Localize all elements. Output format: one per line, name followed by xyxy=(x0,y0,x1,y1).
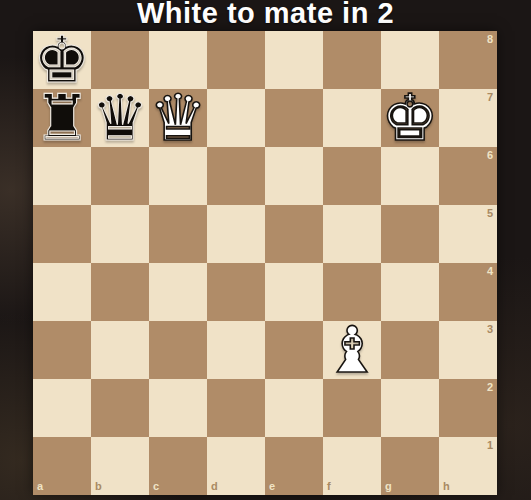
rank-label-6: 6 xyxy=(487,150,493,161)
square-b4[interactable] xyxy=(91,263,149,321)
rank-label-8: 8 xyxy=(487,34,493,45)
piece-black-rook-a7[interactable]: ♜ xyxy=(33,89,90,147)
square-b2[interactable] xyxy=(91,379,149,437)
square-b3[interactable] xyxy=(91,321,149,379)
square-d3[interactable] xyxy=(207,321,265,379)
square-a3[interactable] xyxy=(33,321,91,379)
square-d6[interactable] xyxy=(207,147,265,205)
square-a4[interactable] xyxy=(33,263,91,321)
rank-label-3: 3 xyxy=(487,324,493,335)
square-g5[interactable] xyxy=(381,205,439,263)
piece-white-king-g7[interactable]: ♚ xyxy=(381,89,438,147)
square-e7[interactable] xyxy=(265,89,323,147)
square-f3[interactable]: ♝ xyxy=(323,321,381,379)
file-label-c: c xyxy=(153,481,159,492)
square-e8[interactable] xyxy=(265,31,323,89)
piece-white-bishop-f3[interactable]: ♝ xyxy=(323,321,380,379)
square-h3[interactable]: 3 xyxy=(439,321,497,379)
square-d7[interactable] xyxy=(207,89,265,147)
square-b5[interactable] xyxy=(91,205,149,263)
file-label-e: e xyxy=(269,481,275,492)
rank-label-7: 7 xyxy=(487,92,493,103)
square-h2[interactable]: 2 xyxy=(439,379,497,437)
file-label-d: d xyxy=(211,481,218,492)
square-c5[interactable] xyxy=(149,205,207,263)
square-g4[interactable] xyxy=(381,263,439,321)
rank-label-1: 1 xyxy=(487,440,493,451)
square-e2[interactable] xyxy=(265,379,323,437)
square-c4[interactable] xyxy=(149,263,207,321)
square-g6[interactable] xyxy=(381,147,439,205)
rank-label-2: 2 xyxy=(487,382,493,393)
square-g7[interactable]: ♚ xyxy=(381,89,439,147)
rank-label-5: 5 xyxy=(487,208,493,219)
square-d5[interactable] xyxy=(207,205,265,263)
square-g2[interactable] xyxy=(381,379,439,437)
square-e5[interactable] xyxy=(265,205,323,263)
square-a5[interactable] xyxy=(33,205,91,263)
file-label-a: a xyxy=(37,481,43,492)
square-c1[interactable]: c xyxy=(149,437,207,495)
square-g1[interactable]: g xyxy=(381,437,439,495)
rank-label-4: 4 xyxy=(487,266,493,277)
square-e4[interactable] xyxy=(265,263,323,321)
square-f6[interactable] xyxy=(323,147,381,205)
square-h1[interactable]: 1h xyxy=(439,437,497,495)
file-label-b: b xyxy=(95,481,102,492)
square-c7[interactable]: ♛ xyxy=(149,89,207,147)
square-b1[interactable]: b xyxy=(91,437,149,495)
file-label-h: h xyxy=(443,481,450,492)
square-h4[interactable]: 4 xyxy=(439,263,497,321)
square-f8[interactable] xyxy=(323,31,381,89)
file-label-f: f xyxy=(327,481,331,492)
square-b7[interactable]: ♛ xyxy=(91,89,149,147)
square-g3[interactable] xyxy=(381,321,439,379)
square-d4[interactable] xyxy=(207,263,265,321)
square-b6[interactable] xyxy=(91,147,149,205)
square-c6[interactable] xyxy=(149,147,207,205)
square-h5[interactable]: 5 xyxy=(439,205,497,263)
square-f2[interactable] xyxy=(323,379,381,437)
square-h7[interactable]: 7 xyxy=(439,89,497,147)
square-h8[interactable]: 8 xyxy=(439,31,497,89)
square-e3[interactable] xyxy=(265,321,323,379)
square-a1[interactable]: a xyxy=(33,437,91,495)
file-label-g: g xyxy=(385,481,392,492)
square-a2[interactable] xyxy=(33,379,91,437)
square-f5[interactable] xyxy=(323,205,381,263)
piece-white-queen-c7[interactable]: ♛ xyxy=(149,89,206,147)
square-a6[interactable] xyxy=(33,147,91,205)
piece-black-queen-b7[interactable]: ♛ xyxy=(91,89,148,147)
square-e6[interactable] xyxy=(265,147,323,205)
square-e1[interactable]: e xyxy=(265,437,323,495)
square-a7[interactable]: ♜ xyxy=(33,89,91,147)
square-f7[interactable] xyxy=(323,89,381,147)
square-h6[interactable]: 6 xyxy=(439,147,497,205)
square-d1[interactable]: d xyxy=(207,437,265,495)
square-d2[interactable] xyxy=(207,379,265,437)
chess-board: ♚8♜♛♛♚7654♝32abcdefg1h xyxy=(33,31,497,495)
square-c3[interactable] xyxy=(149,321,207,379)
square-d8[interactable] xyxy=(207,31,265,89)
square-f1[interactable]: f xyxy=(323,437,381,495)
square-c2[interactable] xyxy=(149,379,207,437)
